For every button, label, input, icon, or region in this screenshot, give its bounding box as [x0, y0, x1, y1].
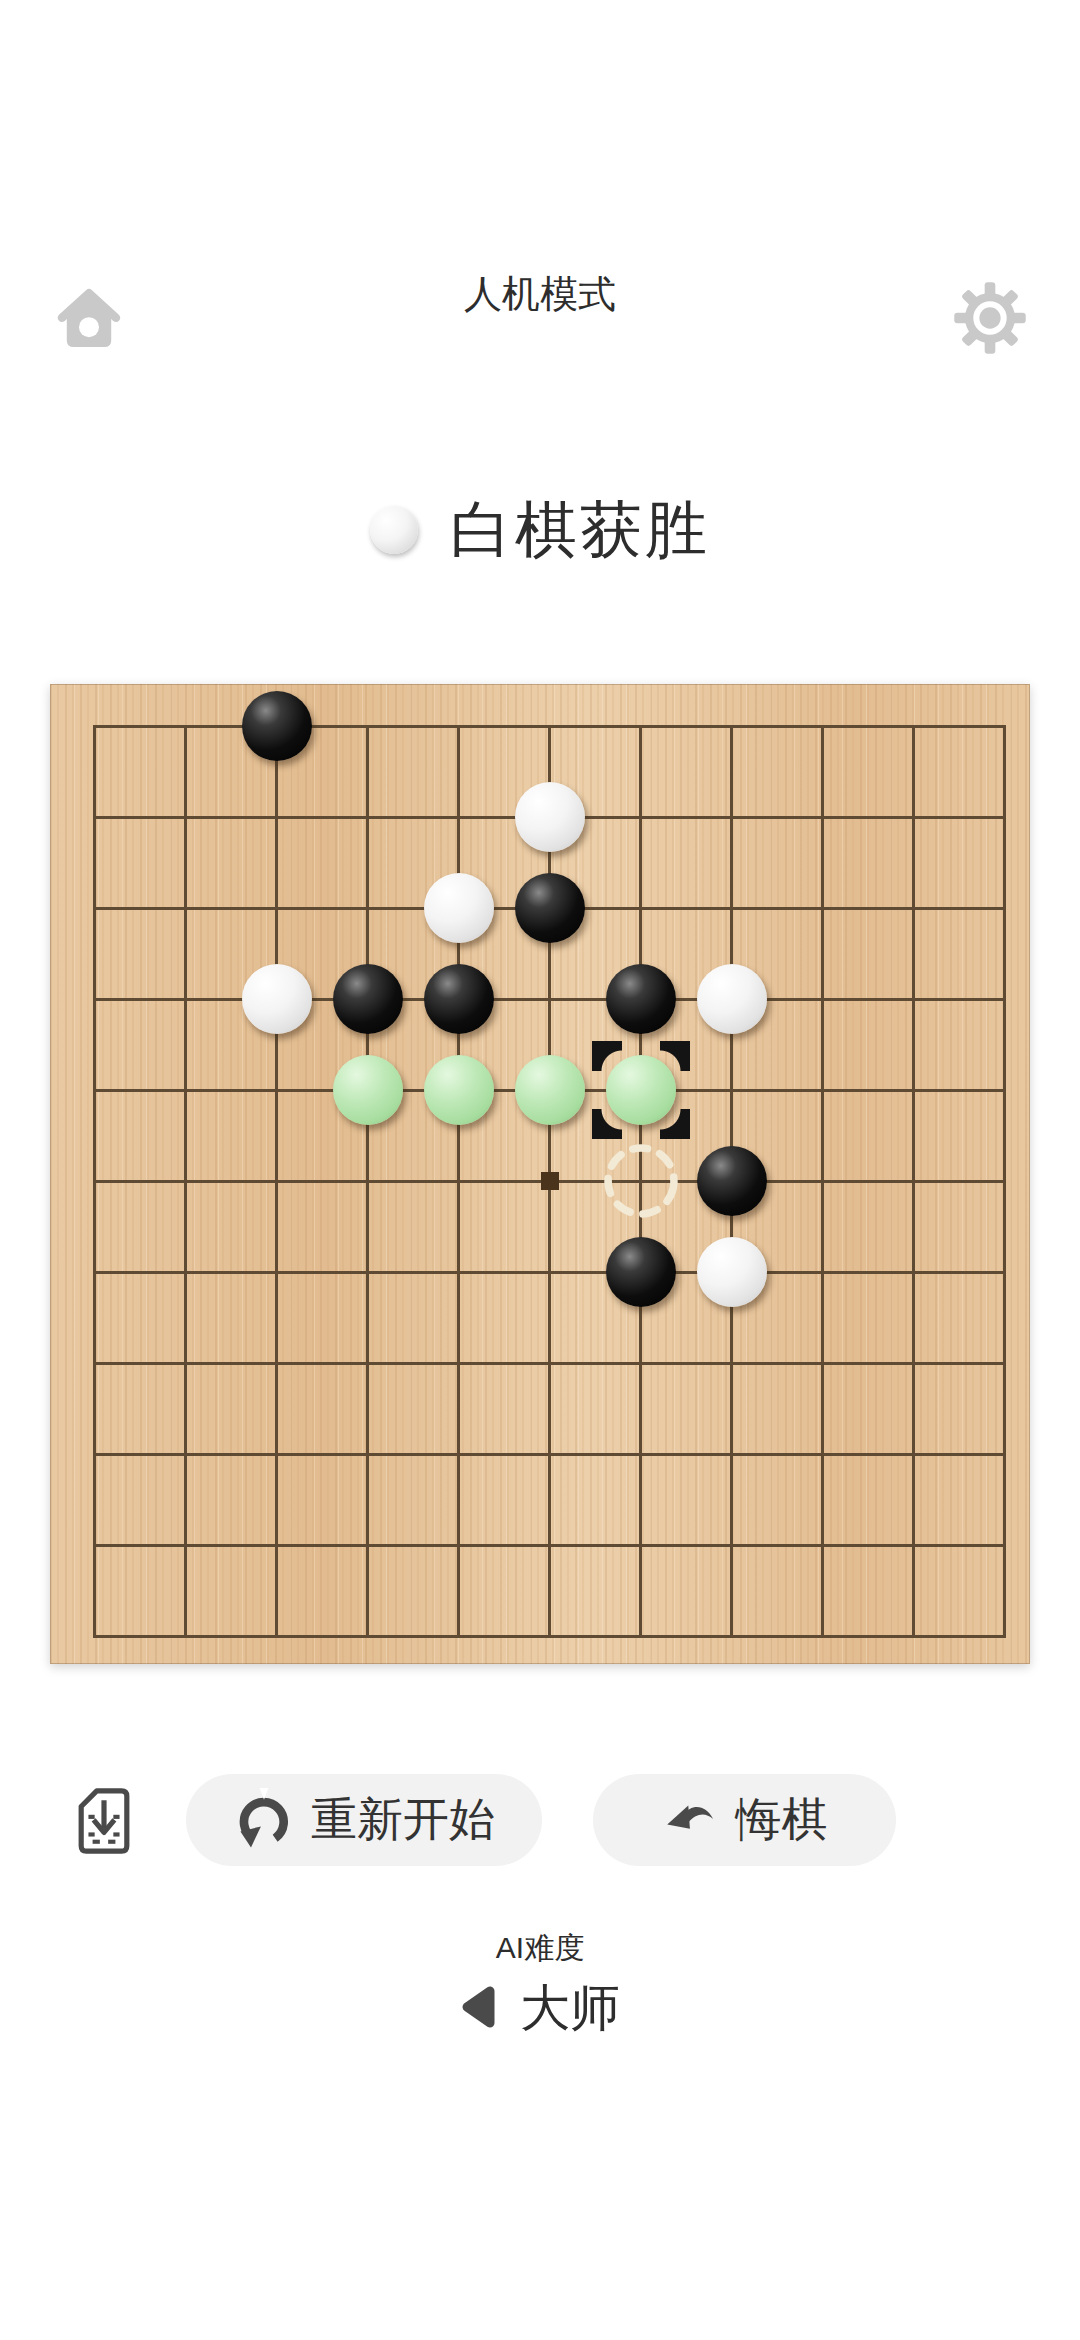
restart-button[interactable]: 重新开始 [186, 1774, 542, 1866]
difficulty-value: 大师 [520, 1975, 620, 2042]
restart-label: 重新开始 [311, 1789, 495, 1851]
white-stone [242, 964, 312, 1034]
board-grid-line [821, 725, 824, 1638]
undo-button[interactable]: 悔棋 [593, 1774, 896, 1866]
black-stone [333, 964, 403, 1034]
undo-curved-arrow-icon [662, 1792, 720, 1849]
bracket-corner [660, 1109, 690, 1139]
gear-icon [952, 345, 1028, 362]
difficulty-left-arrow-icon[interactable] [460, 1983, 498, 2035]
winner-banner: 白棋获胜 [0, 480, 1080, 580]
black-stone [424, 964, 494, 1034]
board-grid-line [93, 1453, 1006, 1456]
board-grid-line [1003, 725, 1006, 1638]
winner-text: 白棋获胜 [450, 488, 710, 572]
ai-difficulty: AI难度 大师 [0, 1928, 1080, 2042]
settings-button[interactable] [952, 277, 1028, 359]
black-stone [242, 691, 312, 761]
bracket-corner [660, 1041, 690, 1071]
white-stone [697, 1237, 767, 1307]
bracket-corner [592, 1041, 622, 1071]
ai-difficulty-label: AI难度 [0, 1928, 1080, 1969]
gomoku-board[interactable] [50, 684, 1030, 1664]
board-grid-line [93, 1271, 1006, 1274]
restart-circular-arrow-icon [233, 1788, 295, 1853]
home-icon [52, 345, 126, 362]
last-move-square-marker [541, 1172, 559, 1190]
white-stone [697, 964, 767, 1034]
black-stone [697, 1146, 767, 1216]
top-bar: 人机模式 [0, 255, 1080, 385]
dashed-circle-marker [601, 1141, 681, 1221]
black-stone [515, 873, 585, 943]
black-stone [606, 964, 676, 1034]
board-grid-line [912, 725, 915, 1638]
green-stone [424, 1055, 494, 1125]
save-record-button[interactable] [76, 1786, 132, 1856]
save-record-icon [76, 1842, 132, 1859]
undo-label: 悔棋 [736, 1789, 828, 1851]
board-grid-line [93, 1362, 1006, 1365]
board-grid-line [93, 1635, 1006, 1638]
black-stone [606, 1237, 676, 1307]
white-stone-icon [370, 506, 418, 554]
board-grid-line [93, 1544, 1006, 1547]
white-stone [515, 782, 585, 852]
bottom-controls: 重新开始 悔棋 [0, 1772, 1080, 1876]
white-stone [424, 873, 494, 943]
green-stone [333, 1055, 403, 1125]
gomoku-app-screen: { "game": "gomoku (five in a row), human… [0, 0, 1080, 2340]
bracket-corner [592, 1109, 622, 1139]
page-title: 人机模式 [0, 269, 1080, 320]
green-stone [515, 1055, 585, 1125]
selection-brackets-marker [592, 1041, 690, 1139]
